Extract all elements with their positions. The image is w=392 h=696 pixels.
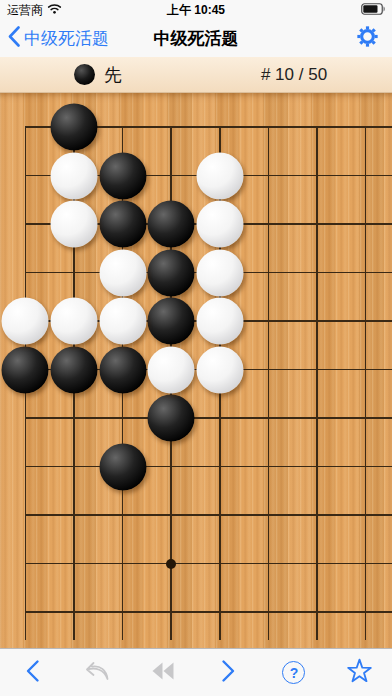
white-stone	[196, 298, 243, 345]
black-stone	[148, 395, 195, 442]
undo-arrow-icon	[84, 660, 111, 686]
black-stone	[2, 346, 49, 393]
back-chevron-icon	[8, 26, 20, 52]
black-stone	[148, 298, 195, 345]
black-stone	[99, 443, 146, 490]
go-board[interactable]	[0, 93, 392, 648]
question-circle-icon: ?	[282, 661, 305, 684]
previous-problem-button[interactable]	[0, 649, 65, 696]
white-stone	[50, 152, 97, 199]
white-stone	[50, 298, 97, 345]
white-stone	[196, 249, 243, 296]
turn-indicator: 先	[74, 63, 122, 87]
rewind-to-start-button[interactable]	[131, 649, 196, 696]
star-point	[166, 559, 176, 569]
white-stone	[196, 152, 243, 199]
settings-button[interactable]	[355, 27, 379, 51]
toolbar: ?	[0, 648, 392, 696]
grid-line	[25, 563, 392, 565]
turn-label: 先	[104, 63, 122, 87]
grid-line	[316, 126, 318, 640]
black-stone	[99, 152, 146, 199]
grid-line	[25, 514, 392, 516]
white-stone	[196, 201, 243, 248]
status-bar: 运营商 上午 10:45	[0, 0, 392, 20]
black-stone	[148, 201, 195, 248]
black-stone	[99, 201, 146, 248]
problem-counter: # 10 / 50	[261, 65, 327, 85]
help-button[interactable]: ?	[261, 649, 326, 696]
white-stone	[148, 346, 195, 393]
white-stone	[50, 201, 97, 248]
nav-bar: 中级死活题 中级死活题	[0, 20, 392, 57]
star-outline-icon	[346, 658, 373, 688]
grid-line	[268, 126, 270, 640]
chevron-right-icon	[221, 659, 236, 687]
white-stone	[99, 298, 146, 345]
white-stone	[99, 249, 146, 296]
favorite-button[interactable]	[327, 649, 392, 696]
grid-line	[25, 466, 392, 468]
problem-info-bar: 先 # 10 / 50	[0, 57, 392, 93]
white-stone	[196, 346, 243, 393]
black-stone-icon	[74, 64, 95, 85]
clock: 上午 10:45	[0, 0, 392, 20]
grid-line	[25, 611, 392, 613]
app-screen: 运营商 上午 10:45	[0, 0, 392, 696]
battery-icon	[361, 3, 386, 18]
help-glyph: ?	[290, 665, 299, 681]
undo-move-button[interactable]	[65, 649, 130, 696]
grid-line	[365, 126, 367, 640]
black-stone	[50, 104, 97, 151]
rewind-icon	[151, 661, 175, 685]
gear-icon	[356, 25, 379, 52]
chevron-left-icon	[25, 659, 40, 687]
next-problem-button[interactable]	[196, 649, 261, 696]
black-stone	[99, 346, 146, 393]
status-right	[361, 0, 386, 20]
page-title: 中级死活题	[60, 20, 332, 57]
black-stone	[148, 249, 195, 296]
grid-line	[25, 417, 392, 419]
white-stone	[2, 298, 49, 345]
black-stone	[50, 346, 97, 393]
